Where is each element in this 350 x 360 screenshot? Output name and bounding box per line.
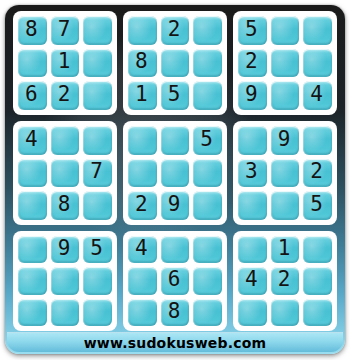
cell-r6c4[interactable]: 2 bbox=[128, 191, 157, 220]
given-digit: 5 bbox=[310, 194, 323, 215]
cell-r6c6[interactable] bbox=[193, 191, 222, 220]
given-digit: 7 bbox=[58, 19, 71, 40]
cell-r5c1[interactable] bbox=[18, 159, 47, 188]
cell-r4c5[interactable] bbox=[161, 126, 190, 155]
cell-r3c6[interactable] bbox=[193, 81, 222, 110]
cell-r2c1[interactable] bbox=[18, 49, 47, 78]
cell-r9c6[interactable] bbox=[193, 299, 222, 326]
cell-r4c1[interactable]: 4 bbox=[18, 126, 47, 155]
cell-r6c1[interactable] bbox=[18, 191, 47, 220]
given-digit: 7 bbox=[90, 161, 103, 182]
given-digit: 5 bbox=[200, 129, 213, 150]
cell-r4c8[interactable]: 9 bbox=[271, 126, 300, 155]
cell-r5c5[interactable] bbox=[161, 159, 190, 188]
cell-r3c9[interactable]: 4 bbox=[303, 81, 332, 110]
given-digit: 8 bbox=[135, 51, 148, 72]
cell-r9c2[interactable] bbox=[51, 299, 80, 326]
cell-r1c7[interactable]: 5 bbox=[238, 16, 267, 45]
cell-r8c9[interactable] bbox=[303, 267, 332, 294]
given-digit: 5 bbox=[168, 84, 181, 105]
cell-r3c8[interactable] bbox=[271, 81, 300, 110]
given-digit: 4 bbox=[135, 238, 148, 259]
given-digit: 2 bbox=[58, 84, 71, 105]
given-digit: 1 bbox=[278, 238, 291, 259]
cell-r7c5[interactable] bbox=[161, 236, 190, 263]
cell-r3c5[interactable]: 5 bbox=[161, 81, 190, 110]
given-digit: 9 bbox=[278, 129, 291, 150]
given-digit: 4 bbox=[310, 84, 323, 105]
cell-r7c2[interactable]: 9 bbox=[51, 236, 80, 263]
given-digit: 4 bbox=[245, 269, 258, 290]
cell-r5c6[interactable] bbox=[193, 159, 222, 188]
given-digit: 5 bbox=[245, 19, 258, 40]
box-r3c3: 142 bbox=[233, 231, 337, 331]
cell-r2c6[interactable] bbox=[193, 49, 222, 78]
cell-r1c9[interactable] bbox=[303, 16, 332, 45]
cell-r9c1[interactable] bbox=[18, 299, 47, 326]
cell-r8c8[interactable]: 2 bbox=[271, 267, 300, 294]
cell-r9c7[interactable] bbox=[238, 299, 267, 326]
cell-r9c4[interactable] bbox=[128, 299, 157, 326]
cell-r1c4[interactable] bbox=[128, 16, 157, 45]
cell-r2c3[interactable] bbox=[83, 49, 112, 78]
cell-r3c3[interactable] bbox=[83, 81, 112, 110]
cell-r3c2[interactable]: 2 bbox=[51, 81, 80, 110]
cell-r2c8[interactable] bbox=[271, 49, 300, 78]
cell-r8c5[interactable]: 6 bbox=[161, 267, 190, 294]
cell-r1c3[interactable] bbox=[83, 16, 112, 45]
cell-r9c9[interactable] bbox=[303, 299, 332, 326]
cell-r4c2[interactable] bbox=[51, 126, 80, 155]
site-url[interactable]: www.sudokusweb.com bbox=[84, 335, 267, 351]
cell-r6c3[interactable] bbox=[83, 191, 112, 220]
given-digit: 9 bbox=[58, 238, 71, 259]
given-digit: 9 bbox=[168, 194, 181, 215]
cell-r7c1[interactable] bbox=[18, 236, 47, 263]
cell-r9c8[interactable] bbox=[271, 299, 300, 326]
cell-r1c1[interactable]: 8 bbox=[18, 16, 47, 45]
sudoku-board: 8716228155294478529932595468142 bbox=[13, 11, 337, 331]
cell-r7c3[interactable]: 5 bbox=[83, 236, 112, 263]
given-digit: 8 bbox=[168, 301, 181, 322]
given-digit: 5 bbox=[90, 238, 103, 259]
cell-r8c1[interactable] bbox=[18, 267, 47, 294]
cell-r3c7[interactable]: 9 bbox=[238, 81, 267, 110]
box-r1c3: 5294 bbox=[233, 11, 337, 115]
cell-r6c7[interactable] bbox=[238, 191, 267, 220]
cell-r3c4[interactable]: 1 bbox=[128, 81, 157, 110]
box-r3c2: 468 bbox=[123, 231, 227, 331]
cell-r6c5[interactable]: 9 bbox=[161, 191, 190, 220]
cell-r9c3[interactable] bbox=[83, 299, 112, 326]
given-digit: 8 bbox=[58, 194, 71, 215]
given-digit: 9 bbox=[245, 84, 258, 105]
cell-r1c6[interactable] bbox=[193, 16, 222, 45]
cell-r4c9[interactable] bbox=[303, 126, 332, 155]
cell-r7c9[interactable] bbox=[303, 236, 332, 263]
given-digit: 6 bbox=[25, 84, 38, 105]
cell-r4c3[interactable] bbox=[83, 126, 112, 155]
cell-r5c3[interactable]: 7 bbox=[83, 159, 112, 188]
given-digit: 1 bbox=[135, 84, 148, 105]
cell-r1c8[interactable] bbox=[271, 16, 300, 45]
cell-r2c4[interactable]: 8 bbox=[128, 49, 157, 78]
given-digit: 2 bbox=[135, 194, 148, 215]
cell-r8c7[interactable]: 4 bbox=[238, 267, 267, 294]
cell-r3c1[interactable]: 6 bbox=[18, 81, 47, 110]
cell-r2c9[interactable] bbox=[303, 49, 332, 78]
cell-r5c8[interactable] bbox=[271, 159, 300, 188]
cell-r7c8[interactable]: 1 bbox=[271, 236, 300, 263]
box-r2c1: 478 bbox=[13, 121, 117, 225]
cell-r6c9[interactable]: 5 bbox=[303, 191, 332, 220]
cell-r2c7[interactable]: 2 bbox=[238, 49, 267, 78]
cell-r8c3[interactable] bbox=[83, 267, 112, 294]
cell-r4c4[interactable] bbox=[128, 126, 157, 155]
given-digit: 4 bbox=[25, 129, 38, 150]
box-r3c1: 95 bbox=[13, 231, 117, 331]
given-digit: 2 bbox=[245, 51, 258, 72]
cell-r1c5[interactable]: 2 bbox=[161, 16, 190, 45]
box-r1c2: 2815 bbox=[123, 11, 227, 115]
cell-r5c2[interactable] bbox=[51, 159, 80, 188]
given-digit: 8 bbox=[25, 19, 38, 40]
cell-r5c9[interactable]: 2 bbox=[303, 159, 332, 188]
given-digit: 6 bbox=[168, 269, 181, 290]
given-digit: 3 bbox=[245, 161, 258, 182]
cell-r8c6[interactable] bbox=[193, 267, 222, 294]
footer-bar: www.sudokusweb.com bbox=[7, 332, 343, 352]
given-digit: 2 bbox=[310, 161, 323, 182]
box-r1c1: 87162 bbox=[13, 11, 117, 115]
cell-r5c7[interactable]: 3 bbox=[238, 159, 267, 188]
box-r2c3: 9325 bbox=[233, 121, 337, 225]
given-digit: 2 bbox=[278, 269, 291, 290]
cell-r7c7[interactable] bbox=[238, 236, 267, 263]
cell-r4c7[interactable] bbox=[238, 126, 267, 155]
cell-r5c4[interactable] bbox=[128, 159, 157, 188]
cell-r2c2[interactable]: 1 bbox=[51, 49, 80, 78]
cell-r6c8[interactable] bbox=[271, 191, 300, 220]
cell-r2c5[interactable] bbox=[161, 49, 190, 78]
given-digit: 2 bbox=[168, 19, 181, 40]
cell-r9c5[interactable]: 8 bbox=[161, 299, 190, 326]
given-digit: 1 bbox=[58, 51, 71, 72]
cell-r6c2[interactable]: 8 bbox=[51, 191, 80, 220]
cell-r7c4[interactable]: 4 bbox=[128, 236, 157, 263]
cell-r4c6[interactable]: 5 bbox=[193, 126, 222, 155]
cell-r1c2[interactable]: 7 bbox=[51, 16, 80, 45]
cell-r7c6[interactable] bbox=[193, 236, 222, 263]
cell-r8c4[interactable] bbox=[128, 267, 157, 294]
cell-r8c2[interactable] bbox=[51, 267, 80, 294]
box-r2c2: 529 bbox=[123, 121, 227, 225]
board-frame: 8716228155294478529932595468142 www.sudo… bbox=[5, 5, 345, 354]
